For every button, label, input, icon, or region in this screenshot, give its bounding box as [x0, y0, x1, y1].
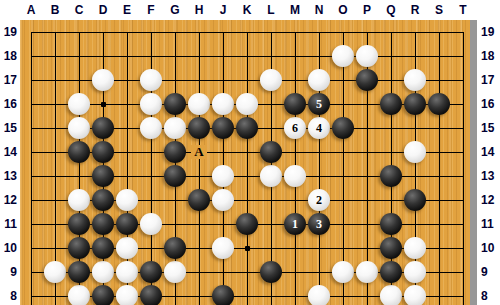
stone-white-J12 [212, 189, 234, 211]
stone-black-H15 [188, 117, 210, 139]
row-label-left-13: 13 [0, 168, 17, 184]
row-label-left-16: 16 [0, 96, 17, 112]
col-label-T: T [454, 2, 472, 18]
stone-black-R12 [404, 189, 426, 211]
col-label-Q: Q [382, 2, 400, 18]
grid-line-col-A [31, 32, 32, 305]
stone-black-O15 [332, 117, 354, 139]
stone-white-P9 [356, 261, 378, 283]
stone-white-N17 [308, 69, 330, 91]
stone-white-F11 [140, 213, 162, 235]
stone-black-C9 [68, 261, 90, 283]
row-label-left-18: 18 [0, 48, 17, 64]
star-point-D16 [101, 102, 106, 107]
row-label-right-13: 13 [481, 168, 500, 184]
stone-white-F17 [140, 69, 162, 91]
col-label-B: B [46, 2, 64, 18]
grid-line-row-19 [31, 32, 464, 33]
grid-line-row-18 [31, 56, 464, 57]
grid-line-col-H [199, 32, 200, 305]
stone-white-D9 [92, 261, 114, 283]
stone-black-P17 [356, 69, 378, 91]
stone-white-K16 [236, 93, 258, 115]
col-label-C: C [70, 2, 88, 18]
stone-black-G14 [164, 141, 186, 163]
stone-white-N12: 2 [308, 189, 330, 211]
stone-white-D17 [92, 69, 114, 91]
move-number-1: 1 [284, 213, 306, 235]
stone-black-Q11 [380, 213, 402, 235]
stone-black-D13 [92, 165, 114, 187]
stone-white-L17 [260, 69, 282, 91]
stone-black-C14 [68, 141, 90, 163]
stone-white-R14 [404, 141, 426, 163]
col-label-J: J [214, 2, 232, 18]
stone-white-M13 [284, 165, 306, 187]
col-label-N: N [310, 2, 328, 18]
row-label-right-11: 11 [481, 216, 500, 232]
row-label-left-14: 14 [0, 144, 17, 160]
stone-white-E8 [116, 285, 138, 305]
move-number-2: 2 [308, 189, 330, 211]
stone-white-R8 [404, 285, 426, 305]
stone-black-J15 [212, 117, 234, 139]
stone-black-G10 [164, 237, 186, 259]
stone-black-L9 [260, 261, 282, 283]
col-label-H: H [190, 2, 208, 18]
row-label-right-15: 15 [481, 120, 500, 136]
stone-black-K11 [236, 213, 258, 235]
stone-white-E9 [116, 261, 138, 283]
stone-white-O18 [332, 45, 354, 67]
stone-white-L13 [260, 165, 282, 187]
stone-white-F15 [140, 117, 162, 139]
move-number-6: 6 [284, 117, 306, 139]
row-label-right-16: 16 [481, 96, 500, 112]
row-label-left-8: 8 [0, 288, 17, 304]
stone-white-H16 [188, 93, 210, 115]
stone-black-D14 [92, 141, 114, 163]
stone-black-N16: 5 [308, 93, 330, 115]
stone-white-R17 [404, 69, 426, 91]
stone-white-R9 [404, 261, 426, 283]
col-label-F: F [142, 2, 160, 18]
col-label-L: L [262, 2, 280, 18]
stone-black-F8 [140, 285, 162, 305]
col-label-M: M [286, 2, 304, 18]
move-number-5: 5 [308, 93, 330, 115]
stone-white-C15 [68, 117, 90, 139]
stone-black-M11: 1 [284, 213, 306, 235]
stone-white-F16 [140, 93, 162, 115]
stone-black-C11 [68, 213, 90, 235]
row-label-left-11: 11 [0, 216, 17, 232]
stone-black-C10 [68, 237, 90, 259]
row-label-left-17: 17 [0, 72, 17, 88]
grid-line-col-S [439, 32, 440, 305]
stone-white-N15: 4 [308, 117, 330, 139]
row-label-left-9: 9 [0, 264, 17, 280]
stone-white-R10 [404, 237, 426, 259]
row-label-left-15: 15 [0, 120, 17, 136]
stone-black-R16 [404, 93, 426, 115]
stone-black-L14 [260, 141, 282, 163]
stone-black-Q9 [380, 261, 402, 283]
stone-black-Q10 [380, 237, 402, 259]
stone-white-M15: 6 [284, 117, 306, 139]
point-label-A: A [191, 145, 207, 159]
stone-white-N8 [308, 285, 330, 305]
row-label-left-12: 12 [0, 192, 17, 208]
stone-black-K15 [236, 117, 258, 139]
stone-white-O9 [332, 261, 354, 283]
stone-black-D12 [92, 189, 114, 211]
row-label-right-12: 12 [481, 192, 500, 208]
stone-white-J10 [212, 237, 234, 259]
star-point-K10 [245, 246, 250, 251]
col-label-P: P [358, 2, 376, 18]
row-label-right-14: 14 [481, 144, 500, 160]
stone-white-J13 [212, 165, 234, 187]
col-label-D: D [94, 2, 112, 18]
col-label-E: E [118, 2, 136, 18]
stone-white-G9 [164, 261, 186, 283]
stone-black-D11 [92, 213, 114, 235]
col-label-A: A [22, 2, 40, 18]
stone-black-D10 [92, 237, 114, 259]
row-label-right-19: 19 [481, 24, 500, 40]
stone-white-C12 [68, 189, 90, 211]
move-number-3: 3 [308, 213, 330, 235]
stone-black-M16 [284, 93, 306, 115]
stone-white-B9 [44, 261, 66, 283]
stone-black-D15 [92, 117, 114, 139]
row-label-right-9: 9 [481, 264, 500, 280]
grid-line-col-K [247, 32, 248, 305]
stone-black-N11: 3 [308, 213, 330, 235]
stone-black-G16 [164, 93, 186, 115]
row-label-right-10: 10 [481, 240, 500, 256]
stone-white-P18 [356, 45, 378, 67]
move-number-4: 4 [308, 117, 330, 139]
go-game-page: 642513AABCDEFGHJKLMNOPQRST19191818171716… [0, 0, 500, 305]
stone-black-J8 [212, 285, 234, 305]
stone-white-G15 [164, 117, 186, 139]
stone-black-E11 [116, 213, 138, 235]
stone-black-H12 [188, 189, 210, 211]
row-label-left-19: 19 [0, 24, 17, 40]
row-label-left-10: 10 [0, 240, 17, 256]
col-label-K: K [238, 2, 256, 18]
stone-white-E12 [116, 189, 138, 211]
stone-white-C8 [68, 285, 90, 305]
stone-white-E10 [116, 237, 138, 259]
row-label-right-18: 18 [481, 48, 500, 64]
col-label-G: G [166, 2, 184, 18]
stone-black-Q13 [380, 165, 402, 187]
stone-black-G13 [164, 165, 186, 187]
row-label-right-17: 17 [481, 72, 500, 88]
board-edge-shadow [470, 20, 477, 305]
go-board[interactable] [20, 20, 470, 305]
col-label-R: R [406, 2, 424, 18]
col-label-O: O [334, 2, 352, 18]
stone-white-Q8 [380, 285, 402, 305]
stone-black-Q16 [380, 93, 402, 115]
row-label-right-8: 8 [481, 288, 500, 304]
col-label-S: S [430, 2, 448, 18]
stone-black-S16 [428, 93, 450, 115]
stone-white-J16 [212, 93, 234, 115]
stone-black-F9 [140, 261, 162, 283]
stone-white-C16 [68, 93, 90, 115]
grid-line-col-T [463, 32, 464, 305]
stone-black-D8 [92, 285, 114, 305]
